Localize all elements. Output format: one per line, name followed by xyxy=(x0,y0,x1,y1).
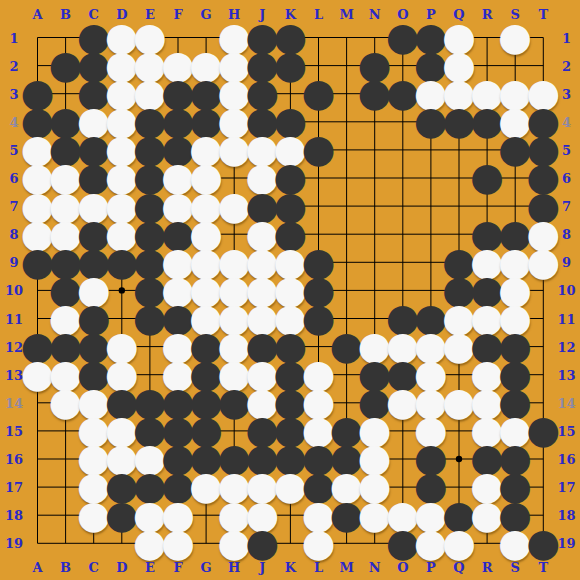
intersection-J13[interactable]: ● xyxy=(248,361,276,389)
intersection-O8[interactable] xyxy=(389,220,417,248)
intersection-R4[interactable]: ● xyxy=(473,108,501,136)
intersection-K9[interactable]: ● xyxy=(276,248,304,276)
intersection-C2[interactable]: ● xyxy=(80,52,108,80)
intersection-M2[interactable] xyxy=(332,52,360,80)
intersection-N9[interactable] xyxy=(361,248,389,276)
intersection-K15[interactable]: ● xyxy=(276,417,304,445)
intersection-Q18[interactable]: ● xyxy=(445,501,473,529)
intersection-Q11[interactable]: ● xyxy=(445,304,473,332)
intersection-E1[interactable]: ● xyxy=(136,23,164,51)
intersection-R17[interactable]: ● xyxy=(473,473,501,501)
intersection-S5[interactable]: ● xyxy=(501,136,529,164)
intersection-D3[interactable]: ● xyxy=(108,80,136,108)
intersection-S4[interactable]: ● xyxy=(501,108,529,136)
intersection-E7[interactable]: ● xyxy=(136,192,164,220)
intersection-G8[interactable]: ● xyxy=(192,220,220,248)
intersection-O13[interactable]: ● xyxy=(389,361,417,389)
intersection-Q7[interactable] xyxy=(445,192,473,220)
intersection-L14[interactable]: ● xyxy=(304,389,332,417)
intersection-F19[interactable]: ● xyxy=(164,529,192,557)
intersection-K1[interactable]: ● xyxy=(276,23,304,51)
intersection-H7[interactable]: ● xyxy=(220,192,248,220)
intersection-H10[interactable]: ● xyxy=(220,276,248,304)
intersection-D1[interactable]: ● xyxy=(108,23,136,51)
intersection-M4[interactable] xyxy=(332,108,360,136)
intersection-B15[interactable] xyxy=(52,417,80,445)
intersection-C4[interactable]: ● xyxy=(80,108,108,136)
intersection-C15[interactable]: ● xyxy=(80,417,108,445)
intersection-R8[interactable]: ● xyxy=(473,220,501,248)
intersection-B9[interactable]: ● xyxy=(52,248,80,276)
intersection-A13[interactable]: ● xyxy=(23,361,51,389)
intersection-F4[interactable]: ● xyxy=(164,108,192,136)
intersection-A14[interactable] xyxy=(23,389,51,417)
intersection-R5[interactable] xyxy=(473,136,501,164)
intersection-N4[interactable] xyxy=(361,108,389,136)
intersection-Q1[interactable]: ● xyxy=(445,23,473,51)
intersection-F15[interactable]: ● xyxy=(164,417,192,445)
intersection-T10[interactable] xyxy=(529,276,557,304)
intersection-A6[interactable]: ● xyxy=(23,164,51,192)
intersection-T6[interactable]: ● xyxy=(529,164,557,192)
intersection-P15[interactable]: ● xyxy=(417,417,445,445)
intersection-Q2[interactable]: ● xyxy=(445,52,473,80)
intersection-J10[interactable]: ● xyxy=(248,276,276,304)
intersection-L8[interactable] xyxy=(304,220,332,248)
intersection-P4[interactable]: ● xyxy=(417,108,445,136)
intersection-J14[interactable]: ● xyxy=(248,389,276,417)
intersection-D16[interactable]: ● xyxy=(108,445,136,473)
intersection-C14[interactable]: ● xyxy=(80,389,108,417)
intersection-R12[interactable]: ● xyxy=(473,332,501,360)
intersection-D5[interactable]: ● xyxy=(108,136,136,164)
intersection-O4[interactable] xyxy=(389,108,417,136)
intersection-P13[interactable]: ● xyxy=(417,361,445,389)
intersection-R6[interactable]: ● xyxy=(473,164,501,192)
intersection-P16[interactable]: ● xyxy=(417,445,445,473)
intersection-E2[interactable]: ● xyxy=(136,52,164,80)
intersection-B14[interactable]: ● xyxy=(52,389,80,417)
intersection-E14[interactable]: ● xyxy=(136,389,164,417)
intersection-L5[interactable]: ● xyxy=(304,136,332,164)
intersection-M6[interactable] xyxy=(332,164,360,192)
intersection-F11[interactable]: ● xyxy=(164,304,192,332)
intersection-T3[interactable]: ● xyxy=(529,80,557,108)
intersection-B5[interactable]: ● xyxy=(52,136,80,164)
intersection-T1[interactable] xyxy=(529,23,557,51)
intersection-G19[interactable] xyxy=(192,529,220,557)
intersection-H11[interactable]: ● xyxy=(220,304,248,332)
intersection-G3[interactable]: ● xyxy=(192,80,220,108)
intersection-O19[interactable]: ● xyxy=(389,529,417,557)
intersection-K3[interactable] xyxy=(276,80,304,108)
intersection-K12[interactable]: ● xyxy=(276,332,304,360)
intersection-E3[interactable]: ● xyxy=(136,80,164,108)
intersection-D7[interactable]: ● xyxy=(108,192,136,220)
intersection-A7[interactable]: ● xyxy=(23,192,51,220)
intersection-K4[interactable]: ● xyxy=(276,108,304,136)
intersection-H1[interactable]: ● xyxy=(220,23,248,51)
intersection-G18[interactable] xyxy=(192,501,220,529)
intersection-M9[interactable] xyxy=(332,248,360,276)
intersection-J3[interactable]: ● xyxy=(248,80,276,108)
intersection-N2[interactable]: ● xyxy=(361,52,389,80)
intersection-A5[interactable]: ● xyxy=(23,136,51,164)
intersection-E9[interactable]: ● xyxy=(136,248,164,276)
intersection-D12[interactable]: ● xyxy=(108,332,136,360)
intersection-D2[interactable]: ● xyxy=(108,52,136,80)
intersection-P1[interactable]: ● xyxy=(417,23,445,51)
intersection-E11[interactable]: ● xyxy=(136,304,164,332)
intersection-R11[interactable]: ● xyxy=(473,304,501,332)
intersection-M5[interactable] xyxy=(332,136,360,164)
intersection-M12[interactable]: ● xyxy=(332,332,360,360)
intersection-P14[interactable]: ● xyxy=(417,389,445,417)
intersection-T5[interactable]: ● xyxy=(529,136,557,164)
intersection-F17[interactable]: ● xyxy=(164,473,192,501)
intersection-N13[interactable]: ● xyxy=(361,361,389,389)
intersection-F6[interactable]: ● xyxy=(164,164,192,192)
intersection-P2[interactable]: ● xyxy=(417,52,445,80)
intersection-G15[interactable]: ● xyxy=(192,417,220,445)
intersection-P19[interactable]: ● xyxy=(417,529,445,557)
intersection-P18[interactable]: ● xyxy=(417,501,445,529)
intersection-F16[interactable]: ● xyxy=(164,445,192,473)
intersection-K7[interactable]: ● xyxy=(276,192,304,220)
intersection-H3[interactable]: ● xyxy=(220,80,248,108)
intersection-R9[interactable]: ● xyxy=(473,248,501,276)
intersection-C11[interactable]: ● xyxy=(80,304,108,332)
intersection-K8[interactable]: ● xyxy=(276,220,304,248)
intersection-C1[interactable]: ● xyxy=(80,23,108,51)
intersection-D15[interactable]: ● xyxy=(108,417,136,445)
intersection-H2[interactable]: ● xyxy=(220,52,248,80)
intersection-L13[interactable]: ● xyxy=(304,361,332,389)
intersection-C12[interactable]: ● xyxy=(80,332,108,360)
intersection-C6[interactable]: ● xyxy=(80,164,108,192)
intersection-O6[interactable] xyxy=(389,164,417,192)
intersection-H16[interactable]: ● xyxy=(220,445,248,473)
intersection-O3[interactable]: ● xyxy=(389,80,417,108)
intersection-R10[interactable]: ● xyxy=(473,276,501,304)
intersection-O15[interactable] xyxy=(389,417,417,445)
intersection-E5[interactable]: ● xyxy=(136,136,164,164)
intersection-H19[interactable]: ● xyxy=(220,529,248,557)
intersection-Q6[interactable] xyxy=(445,164,473,192)
intersection-R19[interactable] xyxy=(473,529,501,557)
intersection-B1[interactable] xyxy=(52,23,80,51)
intersection-S15[interactable]: ● xyxy=(501,417,529,445)
intersection-E16[interactable]: ● xyxy=(136,445,164,473)
intersection-F14[interactable]: ● xyxy=(164,389,192,417)
intersection-C5[interactable]: ● xyxy=(80,136,108,164)
intersection-G10[interactable]: ● xyxy=(192,276,220,304)
intersection-T19[interactable]: ● xyxy=(529,529,557,557)
intersection-K10[interactable]: ● xyxy=(276,276,304,304)
intersection-A11[interactable] xyxy=(23,304,51,332)
intersection-F1[interactable] xyxy=(164,23,192,51)
intersection-A18[interactable] xyxy=(23,501,51,529)
intersection-N15[interactable]: ● xyxy=(361,417,389,445)
intersection-K18[interactable] xyxy=(276,501,304,529)
intersection-Q19[interactable]: ● xyxy=(445,529,473,557)
intersection-T2[interactable] xyxy=(529,52,557,80)
intersection-A1[interactable] xyxy=(23,23,51,51)
intersection-O18[interactable]: ● xyxy=(389,501,417,529)
intersection-A9[interactable]: ● xyxy=(23,248,51,276)
intersection-J19[interactable]: ● xyxy=(248,529,276,557)
intersection-F5[interactable]: ● xyxy=(164,136,192,164)
intersection-P11[interactable]: ● xyxy=(417,304,445,332)
intersection-H9[interactable]: ● xyxy=(220,248,248,276)
intersection-G13[interactable]: ● xyxy=(192,361,220,389)
intersection-C8[interactable]: ● xyxy=(80,220,108,248)
intersection-J15[interactable]: ● xyxy=(248,417,276,445)
intersection-N19[interactable] xyxy=(361,529,389,557)
intersection-F2[interactable]: ● xyxy=(164,52,192,80)
intersection-P7[interactable] xyxy=(417,192,445,220)
intersection-E18[interactable]: ● xyxy=(136,501,164,529)
intersection-F7[interactable]: ● xyxy=(164,192,192,220)
intersection-M7[interactable] xyxy=(332,192,360,220)
intersection-H12[interactable]: ● xyxy=(220,332,248,360)
intersection-B10[interactable]: ● xyxy=(52,276,80,304)
intersection-N1[interactable] xyxy=(361,23,389,51)
intersection-K13[interactable]: ● xyxy=(276,361,304,389)
intersection-P9[interactable] xyxy=(417,248,445,276)
intersection-R13[interactable]: ● xyxy=(473,361,501,389)
intersection-L3[interactable]: ● xyxy=(304,80,332,108)
intersection-L11[interactable]: ● xyxy=(304,304,332,332)
intersection-M14[interactable] xyxy=(332,389,360,417)
intersection-T16[interactable] xyxy=(529,445,557,473)
intersection-B6[interactable]: ● xyxy=(52,164,80,192)
intersection-D19[interactable] xyxy=(108,529,136,557)
intersection-T18[interactable] xyxy=(529,501,557,529)
intersection-O10[interactable] xyxy=(389,276,417,304)
intersection-D10[interactable] xyxy=(108,276,136,304)
intersection-C13[interactable]: ● xyxy=(80,361,108,389)
intersection-D17[interactable]: ● xyxy=(108,473,136,501)
intersection-N11[interactable] xyxy=(361,304,389,332)
intersection-J7[interactable]: ● xyxy=(248,192,276,220)
intersection-R1[interactable] xyxy=(473,23,501,51)
intersection-E4[interactable]: ● xyxy=(136,108,164,136)
intersection-J18[interactable]: ● xyxy=(248,501,276,529)
intersection-B2[interactable]: ● xyxy=(52,52,80,80)
intersection-S12[interactable]: ● xyxy=(501,332,529,360)
intersection-M15[interactable]: ● xyxy=(332,417,360,445)
intersection-F9[interactable]: ● xyxy=(164,248,192,276)
intersection-C7[interactable]: ● xyxy=(80,192,108,220)
intersection-A16[interactable] xyxy=(23,445,51,473)
intersection-A2[interactable] xyxy=(23,52,51,80)
intersection-L7[interactable] xyxy=(304,192,332,220)
intersection-O2[interactable] xyxy=(389,52,417,80)
intersection-G17[interactable]: ● xyxy=(192,473,220,501)
intersection-N12[interactable]: ● xyxy=(361,332,389,360)
intersection-P10[interactable] xyxy=(417,276,445,304)
intersection-A19[interactable] xyxy=(23,529,51,557)
intersection-J2[interactable]: ● xyxy=(248,52,276,80)
intersection-L17[interactable]: ● xyxy=(304,473,332,501)
intersection-E13[interactable] xyxy=(136,361,164,389)
intersection-K11[interactable]: ● xyxy=(276,304,304,332)
intersection-N16[interactable]: ● xyxy=(361,445,389,473)
intersection-Q9[interactable]: ● xyxy=(445,248,473,276)
intersection-T13[interactable] xyxy=(529,361,557,389)
intersection-J5[interactable]: ● xyxy=(248,136,276,164)
intersection-E6[interactable]: ● xyxy=(136,164,164,192)
intersection-Q12[interactable]: ● xyxy=(445,332,473,360)
intersection-O1[interactable]: ● xyxy=(389,23,417,51)
intersection-R3[interactable]: ● xyxy=(473,80,501,108)
intersection-J9[interactable]: ● xyxy=(248,248,276,276)
intersection-L1[interactable] xyxy=(304,23,332,51)
intersection-H15[interactable] xyxy=(220,417,248,445)
intersection-S6[interactable] xyxy=(501,164,529,192)
intersection-E19[interactable]: ● xyxy=(136,529,164,557)
intersection-K14[interactable]: ● xyxy=(276,389,304,417)
intersection-B17[interactable] xyxy=(52,473,80,501)
intersection-Q3[interactable]: ● xyxy=(445,80,473,108)
intersection-M17[interactable]: ● xyxy=(332,473,360,501)
intersection-N8[interactable] xyxy=(361,220,389,248)
intersection-A10[interactable] xyxy=(23,276,51,304)
intersection-O12[interactable]: ● xyxy=(389,332,417,360)
intersection-B18[interactable] xyxy=(52,501,80,529)
intersection-C18[interactable]: ● xyxy=(80,501,108,529)
intersection-R2[interactable] xyxy=(473,52,501,80)
intersection-S9[interactable]: ● xyxy=(501,248,529,276)
intersection-H13[interactable]: ● xyxy=(220,361,248,389)
intersection-A3[interactable]: ● xyxy=(23,80,51,108)
intersection-B3[interactable] xyxy=(52,80,80,108)
intersection-D8[interactable]: ● xyxy=(108,220,136,248)
intersection-T8[interactable]: ● xyxy=(529,220,557,248)
intersection-P6[interactable] xyxy=(417,164,445,192)
intersection-H4[interactable]: ● xyxy=(220,108,248,136)
intersection-A8[interactable]: ● xyxy=(23,220,51,248)
intersection-G7[interactable]: ● xyxy=(192,192,220,220)
intersection-J1[interactable]: ● xyxy=(248,23,276,51)
intersection-N17[interactable]: ● xyxy=(361,473,389,501)
intersection-D18[interactable]: ● xyxy=(108,501,136,529)
intersection-H14[interactable]: ● xyxy=(220,389,248,417)
intersection-J8[interactable]: ● xyxy=(248,220,276,248)
intersection-B4[interactable]: ● xyxy=(52,108,80,136)
intersection-T7[interactable]: ● xyxy=(529,192,557,220)
intersection-M1[interactable] xyxy=(332,23,360,51)
intersection-D14[interactable]: ● xyxy=(108,389,136,417)
intersection-Q5[interactable] xyxy=(445,136,473,164)
intersection-G11[interactable]: ● xyxy=(192,304,220,332)
intersection-H5[interactable]: ● xyxy=(220,136,248,164)
intersection-Q13[interactable] xyxy=(445,361,473,389)
intersection-J4[interactable]: ● xyxy=(248,108,276,136)
intersection-F3[interactable]: ● xyxy=(164,80,192,108)
intersection-T4[interactable]: ● xyxy=(529,108,557,136)
intersection-L9[interactable]: ● xyxy=(304,248,332,276)
intersection-K5[interactable]: ● xyxy=(276,136,304,164)
intersection-D9[interactable]: ● xyxy=(108,248,136,276)
intersection-T17[interactable] xyxy=(529,473,557,501)
intersection-M16[interactable]: ● xyxy=(332,445,360,473)
intersection-C9[interactable]: ● xyxy=(80,248,108,276)
intersection-S10[interactable]: ● xyxy=(501,276,529,304)
intersection-L19[interactable]: ● xyxy=(304,529,332,557)
intersection-J11[interactable]: ● xyxy=(248,304,276,332)
intersection-Q10[interactable]: ● xyxy=(445,276,473,304)
intersection-D11[interactable] xyxy=(108,304,136,332)
intersection-R15[interactable]: ● xyxy=(473,417,501,445)
intersection-A15[interactable] xyxy=(23,417,51,445)
intersection-G14[interactable]: ● xyxy=(192,389,220,417)
intersection-Q15[interactable] xyxy=(445,417,473,445)
intersection-H8[interactable] xyxy=(220,220,248,248)
intersection-J16[interactable]: ● xyxy=(248,445,276,473)
intersection-L15[interactable]: ● xyxy=(304,417,332,445)
intersection-O5[interactable] xyxy=(389,136,417,164)
intersection-M11[interactable] xyxy=(332,304,360,332)
intersection-E15[interactable]: ● xyxy=(136,417,164,445)
intersection-B8[interactable]: ● xyxy=(52,220,80,248)
intersection-N10[interactable] xyxy=(361,276,389,304)
intersection-S14[interactable]: ● xyxy=(501,389,529,417)
intersection-D6[interactable]: ● xyxy=(108,164,136,192)
intersection-G5[interactable]: ● xyxy=(192,136,220,164)
intersection-M8[interactable] xyxy=(332,220,360,248)
intersection-K6[interactable]: ● xyxy=(276,164,304,192)
intersection-S1[interactable]: ● xyxy=(501,23,529,51)
intersection-S16[interactable]: ● xyxy=(501,445,529,473)
intersection-L6[interactable] xyxy=(304,164,332,192)
intersection-F8[interactable]: ● xyxy=(164,220,192,248)
intersection-Q14[interactable]: ● xyxy=(445,389,473,417)
intersection-N3[interactable]: ● xyxy=(361,80,389,108)
intersection-F13[interactable]: ● xyxy=(164,361,192,389)
intersection-F12[interactable]: ● xyxy=(164,332,192,360)
intersection-T15[interactable]: ● xyxy=(529,417,557,445)
intersection-C19[interactable] xyxy=(80,529,108,557)
intersection-R18[interactable]: ● xyxy=(473,501,501,529)
intersection-O11[interactable]: ● xyxy=(389,304,417,332)
intersection-H18[interactable]: ● xyxy=(220,501,248,529)
intersection-N5[interactable] xyxy=(361,136,389,164)
intersection-P5[interactable] xyxy=(417,136,445,164)
intersection-K16[interactable]: ● xyxy=(276,445,304,473)
intersection-H6[interactable] xyxy=(220,164,248,192)
intersection-P3[interactable]: ● xyxy=(417,80,445,108)
intersection-P8[interactable] xyxy=(417,220,445,248)
intersection-K17[interactable]: ● xyxy=(276,473,304,501)
intersection-R16[interactable]: ● xyxy=(473,445,501,473)
intersection-O9[interactable] xyxy=(389,248,417,276)
intersection-L2[interactable] xyxy=(304,52,332,80)
intersection-D13[interactable]: ● xyxy=(108,361,136,389)
intersection-L10[interactable]: ● xyxy=(304,276,332,304)
intersection-M3[interactable] xyxy=(332,80,360,108)
intersection-T11[interactable] xyxy=(529,304,557,332)
intersection-J17[interactable]: ● xyxy=(248,473,276,501)
intersection-B16[interactable] xyxy=(52,445,80,473)
intersection-B12[interactable]: ● xyxy=(52,332,80,360)
intersection-F18[interactable]: ● xyxy=(164,501,192,529)
intersection-G4[interactable]: ● xyxy=(192,108,220,136)
intersection-H17[interactable]: ● xyxy=(220,473,248,501)
intersection-L12[interactable] xyxy=(304,332,332,360)
intersection-P17[interactable]: ● xyxy=(417,473,445,501)
